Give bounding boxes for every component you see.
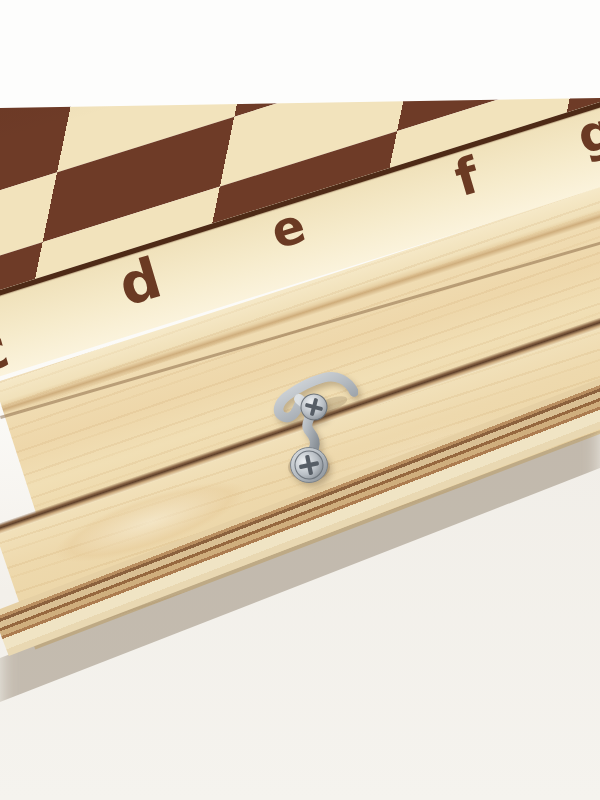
chess-box-photo: c d e f g (0, 0, 600, 800)
metal-hook-clasp (262, 372, 358, 484)
